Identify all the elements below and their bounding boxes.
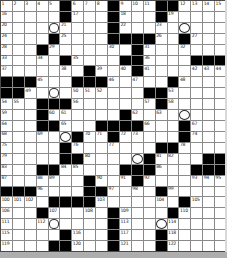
cell-r3c4[interactable] (37, 23, 48, 33)
cell-r2c18[interactable] (203, 12, 214, 22)
cell-r5c6[interactable] (60, 45, 71, 55)
cell-r2c11[interactable]: 18 (120, 12, 131, 22)
cell-r5c16[interactable]: 32 (179, 45, 190, 55)
cell-r15c8[interactable]: 80 (84, 154, 95, 164)
cell-r19c1[interactable]: 100 (1, 197, 12, 207)
cell-r14c4[interactable] (37, 143, 48, 153)
cell-r13c18[interactable] (203, 132, 214, 142)
cell-r23c4[interactable] (37, 241, 48, 251)
cell-r22c16[interactable] (179, 230, 190, 240)
cell-r13c4[interactable]: 69 (37, 132, 48, 142)
cell-r14c3[interactable] (25, 143, 36, 153)
cell-r17c1[interactable]: 87 (1, 176, 12, 186)
cell-r23c1[interactable]: 119 (1, 241, 12, 251)
cell-r22c8[interactable] (84, 230, 95, 240)
cell-r4c17[interactable]: 27 (191, 34, 202, 44)
cell-r3c15[interactable] (168, 23, 179, 33)
cell-r1c18[interactable]: 14 (203, 1, 214, 11)
cell-r7c16[interactable] (179, 66, 190, 76)
cell-r5c1[interactable]: 28 (1, 45, 12, 55)
cell-r15c17[interactable] (191, 154, 202, 164)
cell-r5c13[interactable]: 31 (144, 45, 155, 55)
cell-r16c1[interactable]: 83 (1, 165, 12, 175)
cell-r15c4[interactable] (37, 154, 48, 164)
cell-r21c4[interactable]: 112 (37, 219, 48, 229)
cell-r1c2[interactable]: 2 (13, 1, 24, 11)
cell-r3c13[interactable] (144, 23, 155, 33)
cell-r23c11[interactable]: 121 (120, 241, 131, 251)
cell-r19c9[interactable]: 103 (96, 197, 107, 207)
cell-r20c16[interactable]: 110 (179, 208, 190, 218)
cell-r6c16[interactable] (179, 56, 190, 66)
cell-r23c8[interactable] (84, 241, 95, 251)
cell-r2c16[interactable] (179, 12, 190, 22)
cell-r12c14[interactable] (156, 121, 167, 131)
cell-r23c7[interactable]: 120 (72, 241, 83, 251)
cell-r19c13[interactable] (144, 197, 155, 207)
cell-r22c5[interactable] (49, 230, 60, 240)
cell-r22c9[interactable] (96, 230, 107, 240)
cell-r20c7[interactable] (72, 208, 83, 218)
cell-r21c12[interactable] (132, 219, 143, 229)
cell-r18c6[interactable] (60, 187, 71, 197)
cell-r11c16[interactable] (179, 110, 190, 120)
cell-r4c3[interactable] (25, 34, 36, 44)
cell-r16c14[interactable]: 86 (156, 165, 167, 175)
cell-r10c17[interactable] (191, 99, 202, 109)
cell-r11c5[interactable]: 60 (49, 110, 60, 120)
cell-r17c13[interactable]: 92 (144, 176, 155, 186)
cell-r15c3[interactable] (25, 154, 36, 164)
cell-r18c11[interactable] (120, 187, 131, 197)
cell-r3c12[interactable] (132, 23, 143, 33)
cell-r11c6[interactable]: 61 (60, 110, 71, 120)
cell-r11c2[interactable] (13, 110, 24, 120)
cell-r4c1[interactable]: 24 (1, 34, 12, 44)
cell-r18c17[interactable] (191, 187, 202, 197)
cell-r2c13[interactable] (144, 12, 155, 22)
cell-r22c1[interactable]: 115 (1, 230, 12, 240)
cell-r6c5[interactable] (49, 56, 60, 66)
cell-r13c12[interactable]: 73 (132, 132, 143, 142)
cell-r7c9[interactable]: 39 (96, 66, 107, 76)
cell-r20c2[interactable] (13, 208, 24, 218)
cell-r11c7[interactable] (72, 110, 83, 120)
cell-r19c17[interactable]: 105 (191, 197, 202, 207)
cell-r1c16[interactable]: 12 (179, 1, 190, 11)
cell-r19c11[interactable] (120, 197, 131, 207)
cell-r3c8[interactable] (84, 23, 95, 33)
cell-r17c11[interactable]: 91 (120, 176, 131, 186)
cell-r19c4[interactable] (37, 197, 48, 207)
cell-r7c17[interactable]: 42 (191, 66, 202, 76)
cell-r20c3[interactable] (25, 208, 36, 218)
cell-r2c5[interactable] (49, 12, 60, 22)
cell-r20c1[interactable]: 106 (1, 208, 12, 218)
cell-r11c10[interactable] (108, 110, 119, 120)
cell-r4c14[interactable]: 26 (156, 34, 167, 44)
cell-r13c17[interactable]: 74 (191, 132, 202, 142)
cell-r3c2[interactable] (13, 23, 24, 33)
cell-r8c4[interactable]: 45 (37, 77, 48, 87)
cell-r19c12[interactable] (132, 197, 143, 207)
cell-r22c4[interactable] (37, 230, 48, 240)
cell-r11c3[interactable] (25, 110, 36, 120)
cell-r10c15[interactable]: 58 (168, 99, 179, 109)
cell-r7c11[interactable]: 40 (120, 66, 131, 76)
cell-r4c6[interactable]: 25 (60, 34, 71, 44)
cell-r22c12[interactable] (132, 230, 143, 240)
cell-r7c5[interactable] (49, 66, 60, 76)
cell-r21c5[interactable] (49, 219, 60, 229)
cell-r16c16[interactable] (179, 165, 190, 175)
cell-r13c6[interactable] (60, 132, 71, 142)
cell-r18c7[interactable] (72, 187, 83, 197)
cell-r14c2[interactable] (13, 143, 24, 153)
cell-r14c10[interactable]: 77 (108, 143, 119, 153)
cell-r9c3[interactable]: 49 (25, 88, 36, 98)
cell-r17c5[interactable]: 89 (49, 176, 60, 186)
cell-r21c15[interactable]: 114 (168, 219, 179, 229)
cell-r10c18[interactable] (203, 99, 214, 109)
cell-r18c12[interactable]: 98 (132, 187, 143, 197)
cell-r7c18[interactable]: 43 (203, 66, 214, 76)
cell-r4c8[interactable] (84, 34, 95, 44)
cell-r15c11[interactable] (120, 154, 131, 164)
cell-r9c10[interactable] (108, 88, 119, 98)
cell-r19c18[interactable] (203, 197, 214, 207)
cell-r9c8[interactable]: 51 (84, 88, 95, 98)
cell-r3c16[interactable] (179, 23, 190, 33)
cell-r19c15[interactable] (168, 197, 179, 207)
cell-r13c2[interactable] (13, 132, 24, 142)
cell-r11c14[interactable]: 63 (156, 110, 167, 120)
cell-r9c15[interactable]: 53 (168, 88, 179, 98)
cell-r20c18[interactable] (203, 208, 214, 218)
cell-r22c15[interactable]: 118 (168, 230, 179, 240)
cell-r11c12[interactable]: 62 (132, 110, 143, 120)
cell-r7c10[interactable] (108, 66, 119, 76)
cell-r8c13[interactable] (144, 77, 155, 87)
cell-r9c18[interactable] (203, 88, 214, 98)
cell-r4c2[interactable] (13, 34, 24, 44)
cell-r6c9[interactable] (96, 56, 107, 66)
cell-r18c4[interactable]: 96 (37, 187, 48, 197)
cell-r2c2[interactable] (13, 12, 24, 22)
cell-r17c10[interactable] (108, 176, 119, 186)
cell-r9c12[interactable] (132, 88, 143, 98)
cell-r18c10[interactable]: 97 (108, 187, 119, 197)
cell-r14c9[interactable] (96, 143, 107, 153)
cell-r1c8[interactable]: 7 (84, 1, 95, 11)
cell-r17c3[interactable] (25, 176, 36, 186)
cell-r16c9[interactable] (96, 165, 107, 175)
cell-r22c3[interactable] (25, 230, 36, 240)
cell-r23c12[interactable] (132, 241, 143, 251)
cell-r17c16[interactable] (179, 176, 190, 186)
cell-r4c9[interactable] (96, 34, 107, 44)
cell-r5c8[interactable] (84, 45, 95, 55)
cell-r20c13[interactable] (144, 208, 155, 218)
cell-r8c17[interactable] (191, 77, 202, 87)
cell-r14c5[interactable] (49, 143, 60, 153)
cell-r10c7[interactable]: 56 (72, 99, 83, 109)
cell-r6c4[interactable]: 34 (37, 56, 48, 66)
cell-r7c1[interactable]: 37 (1, 66, 12, 76)
cell-r3c7[interactable] (72, 23, 83, 33)
cell-r18c18[interactable] (203, 187, 214, 197)
cell-r3c3[interactable] (25, 23, 36, 33)
cell-r2c8[interactable] (84, 12, 95, 22)
cell-r10c16[interactable] (179, 99, 190, 109)
cell-r21c11[interactable]: 113 (120, 219, 131, 229)
cell-r4c4[interactable] (37, 34, 48, 44)
cell-r8c10[interactable]: 46 (108, 77, 119, 87)
cell-r13c5[interactable] (49, 132, 60, 142)
cell-r22c13[interactable] (144, 230, 155, 240)
cell-r6c2[interactable] (13, 56, 24, 66)
cell-r2c9[interactable] (96, 12, 107, 22)
cell-r23c17[interactable] (191, 241, 202, 251)
cell-r4c15[interactable] (168, 34, 179, 44)
cell-r21c2[interactable] (13, 219, 24, 229)
cell-r5c2[interactable] (13, 45, 24, 55)
cell-r8c6[interactable] (60, 77, 71, 87)
cell-r21c1[interactable]: 111 (1, 219, 12, 229)
cell-r13c15[interactable] (168, 132, 179, 142)
cell-r12c15[interactable] (168, 121, 179, 131)
cell-r3c5[interactable] (49, 23, 60, 33)
cell-r15c5[interactable] (49, 154, 60, 164)
cell-r15c14[interactable]: 81 (156, 154, 167, 164)
cell-r12c13[interactable]: 66 (144, 121, 155, 131)
cell-r7c6[interactable]: 38 (60, 66, 71, 76)
cell-r5c5[interactable]: 29 (49, 45, 60, 55)
cell-r15c12[interactable] (132, 154, 143, 164)
cell-r5c14[interactable] (156, 45, 167, 55)
cell-r14c1[interactable]: 75 (1, 143, 12, 153)
cell-r23c9[interactable] (96, 241, 107, 251)
cell-r1c5[interactable]: 5 (49, 1, 60, 11)
cell-r4c7[interactable] (72, 34, 83, 44)
cell-r13c13[interactable] (144, 132, 155, 142)
cell-r3c11[interactable]: 22 (120, 23, 131, 33)
cell-r21c9[interactable] (96, 219, 107, 229)
cell-r7c3[interactable] (25, 66, 36, 76)
cell-r12c1[interactable]: 64 (1, 121, 12, 131)
cell-r3c1[interactable]: 20 (1, 23, 12, 33)
cell-r8c5[interactable] (49, 77, 60, 87)
cell-r13c1[interactable]: 68 (1, 132, 12, 142)
cell-r10c1[interactable]: 54 (1, 99, 12, 109)
cell-r23c16[interactable] (179, 241, 190, 251)
cell-r8c16[interactable]: 48 (179, 77, 190, 87)
cell-r20c11[interactable]: 109 (120, 208, 131, 218)
cell-r3c6[interactable]: 21 (60, 23, 71, 33)
cell-r17c6[interactable] (60, 176, 71, 186)
cell-r14c7[interactable]: 76 (72, 143, 83, 153)
cell-r23c18[interactable] (203, 241, 214, 251)
cell-r18c15[interactable]: 99 (168, 187, 179, 197)
cell-r2c12[interactable] (132, 12, 143, 22)
cell-r15c9[interactable] (96, 154, 107, 164)
cell-r23c13[interactable] (144, 241, 155, 251)
cell-r1c12[interactable]: 10 (132, 1, 143, 11)
cell-r8c18[interactable] (203, 77, 214, 87)
cell-r10c2[interactable]: 55 (13, 99, 24, 109)
cell-r21c13[interactable] (144, 219, 155, 229)
cell-r20c12[interactable] (132, 208, 143, 218)
cell-r16c2[interactable] (13, 165, 24, 175)
cell-r5c15[interactable] (168, 45, 179, 55)
cell-r17c17[interactable]: 93 (191, 176, 202, 186)
cell-r6c3[interactable] (25, 56, 36, 66)
cell-r9c16[interactable] (179, 88, 190, 98)
cell-r3c17[interactable] (191, 23, 202, 33)
cell-r12c18[interactable] (203, 121, 214, 131)
cell-r1c17[interactable]: 13 (191, 1, 202, 11)
cell-r1c13[interactable]: 11 (144, 1, 155, 11)
cell-r2c7[interactable]: 17 (72, 12, 83, 22)
cell-r14c8[interactable] (84, 143, 95, 153)
cell-r9c6[interactable] (60, 88, 71, 98)
cell-r1c3[interactable]: 3 (25, 1, 36, 11)
cell-r22c17[interactable] (191, 230, 202, 240)
cell-r8c11[interactable] (120, 77, 131, 87)
cell-r16c7[interactable]: 85 (72, 165, 83, 175)
cell-r12c6[interactable]: 65 (60, 121, 71, 131)
cell-r12c8[interactable] (84, 121, 95, 131)
cell-r9c17[interactable] (191, 88, 202, 98)
cell-r10c10[interactable] (108, 99, 119, 109)
cell-r1c7[interactable]: 6 (72, 1, 83, 11)
cell-r13c11[interactable]: 72 (120, 132, 131, 142)
cell-r23c15[interactable]: 122 (168, 241, 179, 251)
cell-r21c7[interactable] (72, 219, 83, 229)
cell-r17c15[interactable] (168, 176, 179, 186)
cell-r23c2[interactable] (13, 241, 24, 251)
cell-r23c3[interactable] (25, 241, 36, 251)
cell-r17c4[interactable]: 88 (37, 176, 48, 186)
cell-r22c2[interactable] (13, 230, 24, 240)
cell-r4c18[interactable] (203, 34, 214, 44)
cell-r20c14[interactable] (156, 208, 167, 218)
cell-r9c7[interactable]: 50 (72, 88, 83, 98)
cell-r7c14[interactable] (156, 66, 167, 76)
cell-r5c11[interactable] (120, 45, 131, 55)
cell-r6c13[interactable]: 36 (144, 56, 155, 66)
cell-r13c9[interactable]: 71 (96, 132, 107, 142)
cell-r9c4[interactable] (37, 88, 48, 98)
cell-r5c7[interactable] (72, 45, 83, 55)
cell-r17c18[interactable]: 94 (203, 176, 214, 186)
cell-r17c7[interactable] (72, 176, 83, 186)
cell-r1c11[interactable]: 9 (120, 1, 131, 11)
cell-r11c1[interactable]: 59 (1, 110, 12, 120)
cell-r22c18[interactable] (203, 230, 214, 240)
cell-r20c9[interactable] (96, 208, 107, 218)
cell-r11c15[interactable] (168, 110, 179, 120)
cell-r9c5[interactable] (49, 88, 60, 98)
cell-r7c15[interactable] (168, 66, 179, 76)
cell-r5c18[interactable] (203, 45, 214, 55)
cell-r7c7[interactable] (72, 66, 83, 76)
cell-r7c2[interactable] (13, 66, 24, 76)
cell-r10c8[interactable] (84, 99, 95, 109)
cell-r18c5[interactable] (49, 187, 60, 197)
cell-r21c6[interactable] (60, 219, 71, 229)
cell-r19c3[interactable]: 102 (25, 197, 36, 207)
cell-r13c8[interactable]: 70 (84, 132, 95, 142)
cell-r17c9[interactable]: 90 (96, 176, 107, 186)
cell-r13c14[interactable] (156, 132, 167, 142)
cell-r2c4[interactable] (37, 12, 48, 22)
cell-r21c3[interactable] (25, 219, 36, 229)
cell-r6c8[interactable] (84, 56, 95, 66)
cell-r14c17[interactable] (191, 143, 202, 153)
cell-r12c17[interactable]: 67 (191, 121, 202, 131)
cell-r10c9[interactable] (96, 99, 107, 109)
cell-r16c10[interactable] (108, 165, 119, 175)
cell-r8c12[interactable]: 47 (132, 77, 143, 87)
cell-r16c6[interactable]: 84 (60, 165, 71, 175)
cell-r12c2[interactable] (13, 121, 24, 131)
cell-r18c13[interactable] (144, 187, 155, 197)
cell-r3c9[interactable] (96, 23, 107, 33)
cell-r14c16[interactable]: 78 (179, 143, 190, 153)
cell-r20c5[interactable]: 107 (49, 208, 60, 218)
cell-r5c9[interactable] (96, 45, 107, 55)
cell-r2c1[interactable]: 16 (1, 12, 12, 22)
cell-r12c3[interactable] (25, 121, 36, 131)
cell-r15c16[interactable] (179, 154, 190, 164)
cell-r17c14[interactable] (156, 176, 167, 186)
cell-r20c6[interactable] (60, 208, 71, 218)
cell-r16c8[interactable] (84, 165, 95, 175)
cell-r19c14[interactable]: 104 (156, 197, 167, 207)
cell-r6c7[interactable]: 35 (72, 56, 83, 66)
cell-r15c15[interactable]: 82 (168, 154, 179, 164)
cell-r21c18[interactable] (203, 219, 214, 229)
cell-r17c2[interactable] (13, 176, 24, 186)
cell-r19c10[interactable] (108, 197, 119, 207)
crossword-board[interactable]: 1234567891011121314151617181920212223242… (1, 1, 226, 251)
cell-r11c8[interactable] (84, 110, 95, 120)
cell-r2c15[interactable]: 19 (168, 12, 179, 22)
cell-r6c1[interactable]: 33 (1, 56, 12, 66)
cell-r3c18[interactable] (203, 23, 214, 33)
cell-r7c4[interactable] (37, 66, 48, 76)
cell-r15c1[interactable]: 79 (1, 154, 12, 164)
cell-r22c11[interactable]: 117 (120, 230, 131, 240)
cell-r10c3[interactable] (25, 99, 36, 109)
cell-r1c1[interactable]: 1 (1, 1, 12, 11)
cell-r20c17[interactable] (191, 208, 202, 218)
cell-r21c17[interactable] (191, 219, 202, 229)
cell-r14c12[interactable] (132, 143, 143, 153)
cell-r1c4[interactable]: 4 (37, 1, 48, 11)
cell-r6c10[interactable] (108, 56, 119, 66)
cell-r21c16[interactable] (179, 219, 190, 229)
cell-r1c9[interactable]: 8 (96, 1, 107, 11)
cell-r11c17[interactable] (191, 110, 202, 120)
cell-r19c2[interactable]: 101 (13, 197, 24, 207)
cell-r11c9[interactable] (96, 110, 107, 120)
cell-r11c13[interactable] (144, 110, 155, 120)
cell-r21c14[interactable] (156, 219, 167, 229)
cell-r2c17[interactable] (191, 12, 202, 22)
cell-r15c10[interactable] (108, 154, 119, 164)
